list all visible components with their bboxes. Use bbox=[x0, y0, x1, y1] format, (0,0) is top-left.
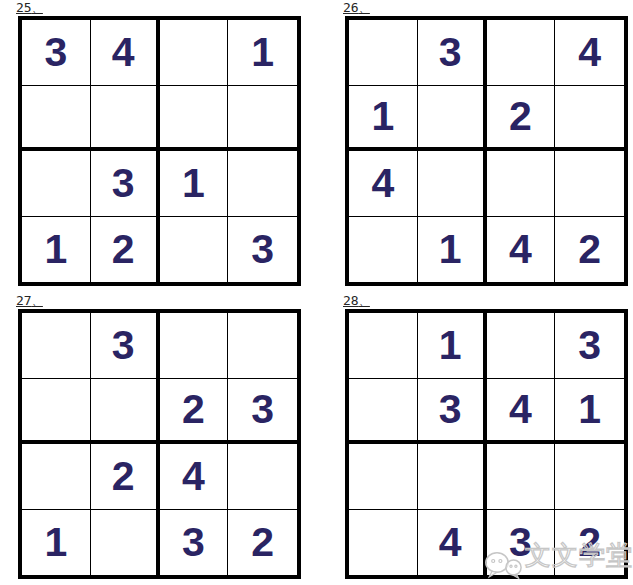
enumeration-comma: 、 bbox=[32, 2, 43, 15]
puzzle-27-cell-r3c3: 4 bbox=[160, 444, 229, 510]
puzzle-25-cell-r2c3[interactable] bbox=[160, 86, 229, 152]
puzzle-28-cell-r2c4: 1 bbox=[555, 379, 624, 445]
puzzle-26-cell-r4c1[interactable] bbox=[349, 217, 418, 283]
puzzle-28-board: 13341432 bbox=[345, 309, 628, 579]
puzzle-block-25: 25、 34131123 bbox=[18, 0, 301, 286]
puzzle-27-cell-r1c4[interactable] bbox=[228, 313, 297, 379]
sudoku-worksheet: 25、 34131123 26、 34124142 27、 32324132 2… bbox=[0, 0, 633, 585]
puzzle-27-cell-r1c2: 3 bbox=[91, 313, 160, 379]
puzzle-28-cell-r4c2: 4 bbox=[418, 510, 487, 576]
puzzle-27-cell-r4c4: 2 bbox=[228, 510, 297, 576]
puzzle-25-cell-r2c2[interactable] bbox=[91, 86, 160, 152]
puzzle-28-number: 28 bbox=[343, 293, 359, 308]
puzzle-26-cell-r2c3: 2 bbox=[487, 86, 556, 152]
puzzle-27-board: 32324132 bbox=[18, 309, 301, 579]
puzzle-28-cell-r3c4[interactable] bbox=[555, 444, 624, 510]
puzzle-26-cell-r4c2: 1 bbox=[418, 217, 487, 283]
puzzle-26-cell-r4c3: 4 bbox=[487, 217, 556, 283]
puzzle-block-28: 28、 13341432 bbox=[345, 293, 628, 579]
puzzle-26-cell-r1c3[interactable] bbox=[487, 20, 556, 86]
puzzle-27-cell-r2c4: 3 bbox=[228, 379, 297, 445]
puzzle-28-cell-r1c4: 3 bbox=[555, 313, 624, 379]
puzzle-block-26: 26、 34124142 bbox=[345, 0, 628, 286]
puzzle-28-cell-r2c2: 3 bbox=[418, 379, 487, 445]
puzzle-26-cell-r1c4: 4 bbox=[555, 20, 624, 86]
puzzle-25-cell-r1c4: 1 bbox=[228, 20, 297, 86]
puzzle-27-label: 27、 bbox=[16, 293, 301, 309]
puzzle-26-cell-r1c1[interactable] bbox=[349, 20, 418, 86]
enumeration-comma: 、 bbox=[359, 2, 370, 15]
puzzle-25-cell-r2c4[interactable] bbox=[228, 86, 297, 152]
puzzle-27-cell-r2c1[interactable] bbox=[22, 379, 91, 445]
puzzle-28-label: 28、 bbox=[343, 293, 628, 309]
puzzle-28-cell-r1c1[interactable] bbox=[349, 313, 418, 379]
puzzle-25-cell-r3c2: 3 bbox=[91, 151, 160, 217]
puzzle-28-cell-r3c2[interactable] bbox=[418, 444, 487, 510]
puzzle-26-cell-r3c4[interactable] bbox=[555, 151, 624, 217]
puzzle-26-cell-r1c2: 3 bbox=[418, 20, 487, 86]
puzzle-26-cell-r3c3[interactable] bbox=[487, 151, 556, 217]
puzzle-28-cell-r1c3[interactable] bbox=[487, 313, 556, 379]
puzzle-27-number: 27 bbox=[16, 293, 32, 308]
puzzle-25-cell-r2c1[interactable] bbox=[22, 86, 91, 152]
puzzle-28-cell-r1c2: 1 bbox=[418, 313, 487, 379]
puzzle-26-number: 26 bbox=[343, 0, 359, 15]
puzzle-25-board: 34131123 bbox=[18, 16, 301, 286]
puzzle-25-cell-r3c4[interactable] bbox=[228, 151, 297, 217]
puzzle-25-cell-r4c3[interactable] bbox=[160, 217, 229, 283]
puzzle-27-cell-r4c2[interactable] bbox=[91, 510, 160, 576]
puzzle-25-cell-r4c2: 2 bbox=[91, 217, 160, 283]
puzzle-27-cell-r4c3: 3 bbox=[160, 510, 229, 576]
puzzle-25-cell-r4c1: 1 bbox=[22, 217, 91, 283]
puzzle-block-27: 27、 32324132 bbox=[18, 293, 301, 579]
puzzle-27-cell-r1c3[interactable] bbox=[160, 313, 229, 379]
puzzle-26-cell-r2c1: 1 bbox=[349, 86, 418, 152]
puzzle-27-cell-r1c1[interactable] bbox=[22, 313, 91, 379]
puzzle-28-cell-r2c1[interactable] bbox=[349, 379, 418, 445]
puzzle-28-cell-r4c3: 3 bbox=[487, 510, 556, 576]
puzzle-28-cell-r4c4: 2 bbox=[555, 510, 624, 576]
puzzle-26-cell-r3c2[interactable] bbox=[418, 151, 487, 217]
puzzle-25-cell-r1c2: 4 bbox=[91, 20, 160, 86]
puzzle-27-cell-r3c2: 2 bbox=[91, 444, 160, 510]
puzzle-26-cell-r3c1: 4 bbox=[349, 151, 418, 217]
puzzle-25-cell-r3c1[interactable] bbox=[22, 151, 91, 217]
puzzle-26-cell-r2c4[interactable] bbox=[555, 86, 624, 152]
puzzle-25-cell-r1c1: 3 bbox=[22, 20, 91, 86]
puzzle-27-cell-r2c2[interactable] bbox=[91, 379, 160, 445]
puzzle-27-cell-r2c3: 2 bbox=[160, 379, 229, 445]
puzzle-25-number: 25 bbox=[16, 0, 32, 15]
puzzle-28-cell-r3c1[interactable] bbox=[349, 444, 418, 510]
enumeration-comma: 、 bbox=[359, 295, 370, 308]
puzzle-26-board: 34124142 bbox=[345, 16, 628, 286]
puzzle-26-cell-r2c2[interactable] bbox=[418, 86, 487, 152]
puzzle-25-cell-r4c4: 3 bbox=[228, 217, 297, 283]
puzzle-28-cell-r4c1[interactable] bbox=[349, 510, 418, 576]
puzzle-27-cell-r3c1[interactable] bbox=[22, 444, 91, 510]
puzzle-28-cell-r2c3: 4 bbox=[487, 379, 556, 445]
puzzle-27-cell-r4c1: 1 bbox=[22, 510, 91, 576]
enumeration-comma: 、 bbox=[32, 295, 43, 308]
puzzle-27-cell-r3c4[interactable] bbox=[228, 444, 297, 510]
puzzle-25-label: 25、 bbox=[16, 0, 301, 16]
puzzle-28-cell-r3c3[interactable] bbox=[487, 444, 556, 510]
puzzle-25-cell-r3c3: 1 bbox=[160, 151, 229, 217]
puzzle-26-cell-r4c4: 2 bbox=[555, 217, 624, 283]
puzzle-26-label: 26、 bbox=[343, 0, 628, 16]
puzzle-25-cell-r1c3[interactable] bbox=[160, 20, 229, 86]
